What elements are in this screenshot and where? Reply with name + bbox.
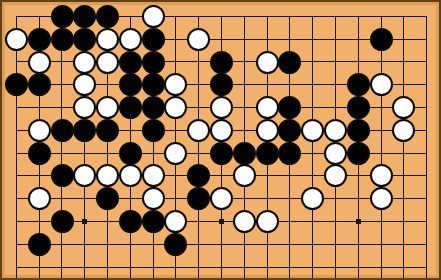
grid-line-vertical: [335, 187, 336, 210]
board-cell: [165, 165, 188, 188]
board-cell: [73, 28, 96, 51]
grid-line-vertical: [16, 142, 17, 165]
board-cell: [279, 210, 302, 233]
white-stone: [73, 164, 96, 187]
black-stone: [51, 119, 74, 142]
board-cell: [96, 233, 119, 256]
grid-line-vertical: [84, 256, 85, 280]
board-cell: [256, 28, 279, 51]
grid-line-vertical: [107, 210, 108, 233]
grid-line-vertical: [403, 210, 404, 233]
grid-line-vertical: [426, 256, 427, 280]
white-stone: [96, 164, 119, 187]
board-cell: [256, 187, 279, 210]
grid-line-vertical: [381, 96, 382, 119]
go-board-grid: [5, 5, 438, 279]
board-cell: [415, 5, 438, 28]
black-stone: [51, 28, 74, 51]
board-cell: [233, 210, 256, 233]
grid-line-vertical: [130, 119, 131, 142]
board-cell: [233, 5, 256, 28]
board-cell: [5, 210, 28, 233]
board-cell: [393, 210, 416, 233]
board-cell: [96, 210, 119, 233]
board-cell: [187, 210, 210, 233]
board-cell: [73, 5, 96, 28]
grid-line-vertical: [198, 51, 199, 74]
board-cell: [187, 142, 210, 165]
board-cell: [324, 165, 347, 188]
black-stone: [28, 233, 51, 256]
white-stone: [28, 119, 51, 142]
grid-line-vertical: [289, 165, 290, 188]
board-cell: [301, 187, 324, 210]
board-cell: [415, 119, 438, 142]
board-cell: [233, 28, 256, 51]
board-cell: [165, 51, 188, 74]
board-cell: [119, 73, 142, 96]
board-cell: [165, 256, 188, 279]
black-stone: [347, 96, 370, 119]
board-cell: [28, 73, 51, 96]
black-stone: [51, 164, 74, 187]
board-cell: [96, 187, 119, 210]
board-cell: [119, 256, 142, 279]
board-cell: [393, 142, 416, 165]
grid-line-vertical: [335, 233, 336, 256]
board-cell: [51, 142, 74, 165]
board-cell: [279, 96, 302, 119]
board-cell: [210, 256, 233, 279]
black-stone: [119, 210, 142, 233]
black-stone: [119, 51, 142, 74]
grid-line-vertical: [358, 256, 359, 280]
board-cell: [347, 73, 370, 96]
board-cell: [393, 187, 416, 210]
board-cell: [96, 73, 119, 96]
board-cell: [142, 187, 165, 210]
grid-line-vertical: [358, 28, 359, 51]
grid-line-vertical: [426, 51, 427, 74]
board-cell: [73, 73, 96, 96]
board-cell: [370, 142, 393, 165]
board-cell: [96, 119, 119, 142]
board-cell: [210, 96, 233, 119]
grid-line-vertical: [107, 256, 108, 280]
grid-line-vertical: [289, 256, 290, 280]
white-stone: [142, 5, 165, 28]
grid-line-vertical: [403, 28, 404, 51]
board-cell: [279, 256, 302, 279]
grid-line-vertical: [175, 119, 176, 142]
board-cell: [5, 119, 28, 142]
grid-line-vertical: [39, 256, 40, 280]
board-cell: [51, 233, 74, 256]
board-cell: [210, 28, 233, 51]
board-cell: [370, 96, 393, 119]
board-cell: [279, 187, 302, 210]
board-cell: [370, 73, 393, 96]
board-cell: [279, 51, 302, 74]
black-stone: [278, 51, 301, 74]
board-cell: [210, 5, 233, 28]
board-cell: [233, 73, 256, 96]
board-cell: [210, 51, 233, 74]
board-cell: [370, 5, 393, 28]
grid-line-vertical: [107, 73, 108, 96]
board-cell: [370, 210, 393, 233]
board-cell: [187, 165, 210, 188]
board-cell: [73, 256, 96, 279]
board-cell: [415, 187, 438, 210]
white-stone: [370, 164, 393, 187]
grid-line-vertical: [16, 210, 17, 233]
grid-line-vertical: [381, 16, 382, 28]
grid-line-vertical: [16, 233, 17, 256]
grid-line-vertical: [221, 233, 222, 256]
board-cell: [142, 28, 165, 51]
black-stone: [73, 28, 96, 51]
white-stone: [324, 142, 347, 165]
grid-line-vertical: [16, 119, 17, 142]
board-cell: [210, 142, 233, 165]
board-cell: [142, 73, 165, 96]
grid-line-vertical: [358, 233, 359, 256]
star-point: [219, 219, 224, 224]
board-cell: [142, 165, 165, 188]
board-cell: [233, 233, 256, 256]
board-cell: [119, 187, 142, 210]
grid-line-vertical: [175, 51, 176, 74]
board-cell: [5, 233, 28, 256]
white-stone: [119, 164, 142, 187]
board-cell: [347, 5, 370, 28]
grid-line-horizontal: [16, 130, 28, 131]
board-cell: [28, 233, 51, 256]
grid-line-vertical: [267, 187, 268, 210]
black-stone: [370, 28, 393, 51]
board-cell: [324, 28, 347, 51]
board-cell: [73, 233, 96, 256]
board-cell: [210, 73, 233, 96]
grid-line-horizontal: [16, 267, 28, 268]
board-cell: [142, 119, 165, 142]
board-cell: [301, 96, 324, 119]
board-cell: [5, 165, 28, 188]
board-cell: [301, 119, 324, 142]
grid-line-vertical: [335, 73, 336, 96]
grid-line-vertical: [426, 210, 427, 233]
board-cell: [347, 210, 370, 233]
board-cell: [233, 256, 256, 279]
grid-line-vertical: [61, 51, 62, 74]
board-cell: [370, 233, 393, 256]
board-cell: [187, 233, 210, 256]
grid-line-horizontal: [16, 61, 28, 62]
board-cell: [187, 28, 210, 51]
black-stone: [278, 142, 301, 165]
grid-line-vertical: [61, 142, 62, 165]
grid-line-vertical: [289, 210, 290, 233]
grid-line-vertical: [16, 256, 17, 280]
grid-line-vertical: [312, 165, 313, 188]
grid-line-vertical: [198, 73, 199, 96]
board-cell: [256, 96, 279, 119]
black-stone: [278, 96, 301, 119]
black-stone: [142, 73, 165, 96]
grid-line-vertical: [175, 187, 176, 210]
board-cell: [165, 142, 188, 165]
black-stone: [142, 119, 165, 142]
board-cell: [28, 187, 51, 210]
board-cell: [279, 28, 302, 51]
board-cell: [5, 187, 28, 210]
grid-line-vertical: [244, 51, 245, 74]
grid-line-vertical: [403, 187, 404, 210]
grid-line-vertical: [130, 233, 131, 256]
board-cell: [233, 165, 256, 188]
grid-line-vertical: [244, 73, 245, 96]
board-cell: [279, 142, 302, 165]
board-cell: [370, 256, 393, 279]
board-cell: [165, 187, 188, 210]
board-cell: [415, 96, 438, 119]
grid-line-vertical: [312, 256, 313, 280]
black-stone: [142, 51, 165, 74]
board-cell: [347, 28, 370, 51]
board-cell: [187, 96, 210, 119]
board-cell: [324, 210, 347, 233]
black-stone: [347, 73, 370, 96]
black-stone: [210, 51, 233, 74]
board-cell: [256, 119, 279, 142]
grid-line-vertical: [175, 28, 176, 51]
board-cell: [324, 119, 347, 142]
grid-line-vertical: [403, 73, 404, 96]
board-cell: [5, 96, 28, 119]
black-stone: [256, 142, 279, 165]
board-cell: [28, 119, 51, 142]
board-cell: [347, 119, 370, 142]
board-cell: [301, 233, 324, 256]
board-cell: [210, 233, 233, 256]
white-stone: [73, 73, 96, 96]
board-cell: [393, 28, 416, 51]
grid-line-vertical: [289, 233, 290, 256]
board-cell: [73, 165, 96, 188]
board-cell: [279, 119, 302, 142]
grid-line-horizontal: [16, 153, 28, 154]
board-cell: [187, 51, 210, 74]
black-stone: [73, 119, 96, 142]
grid-line-vertical: [175, 165, 176, 188]
grid-line-vertical: [61, 233, 62, 256]
white-stone: [392, 119, 415, 142]
white-stone: [370, 73, 393, 96]
board-cell: [393, 256, 416, 279]
board-cell: [51, 5, 74, 28]
board-cell: [415, 73, 438, 96]
grid-line-vertical: [335, 28, 336, 51]
grid-line-vertical: [107, 233, 108, 256]
board-cell: [142, 142, 165, 165]
white-stone: [73, 96, 96, 119]
board-cell: [279, 233, 302, 256]
board-cell: [28, 210, 51, 233]
board-cell: [393, 233, 416, 256]
board-cell: [187, 187, 210, 210]
board-cell: [415, 165, 438, 188]
board-cell: [96, 28, 119, 51]
board-cell: [142, 5, 165, 28]
board-cell: [28, 165, 51, 188]
white-stone: [164, 210, 187, 233]
board-cell: [370, 165, 393, 188]
board-cell: [165, 96, 188, 119]
board-cell: [165, 73, 188, 96]
grid-line-vertical: [16, 16, 17, 28]
board-cell: [301, 165, 324, 188]
board-cell: [393, 119, 416, 142]
grid-line-vertical: [61, 73, 62, 96]
board-cell: [28, 5, 51, 28]
star-point: [356, 219, 361, 224]
board-cell: [51, 51, 74, 74]
white-stone: [324, 164, 347, 187]
grid-line-vertical: [403, 165, 404, 188]
board-cell: [5, 28, 28, 51]
grid-line-vertical: [312, 51, 313, 74]
go-board-diagram: [0, 0, 441, 280]
board-cell: [142, 96, 165, 119]
board-cell: [324, 256, 347, 279]
board-cell: [28, 28, 51, 51]
board-cell: [119, 142, 142, 165]
board-cell: [119, 165, 142, 188]
grid-line-vertical: [312, 210, 313, 233]
board-cell: [301, 73, 324, 96]
board-cell: [256, 5, 279, 28]
board-cell: [28, 96, 51, 119]
black-stone: [233, 142, 256, 165]
grid-line-vertical: [426, 73, 427, 96]
grid-line-vertical: [403, 16, 404, 28]
grid-line-vertical: [358, 165, 359, 188]
board-cell: [256, 142, 279, 165]
grid-line-vertical: [289, 16, 290, 28]
white-stone: [5, 28, 28, 51]
black-stone: [5, 73, 28, 96]
board-cell: [347, 187, 370, 210]
board-cell: [73, 51, 96, 74]
grid-line-vertical: [426, 233, 427, 256]
grid-line-vertical: [221, 16, 222, 28]
board-cell: [51, 28, 74, 51]
grid-line-vertical: [84, 142, 85, 165]
grid-line-vertical: [153, 142, 154, 165]
grid-line-vertical: [426, 119, 427, 142]
board-cell: [210, 210, 233, 233]
grid-line-vertical: [267, 165, 268, 188]
grid-line-vertical: [426, 96, 427, 119]
board-cell: [96, 51, 119, 74]
grid-line-vertical: [335, 51, 336, 74]
white-stone: [164, 142, 187, 165]
white-stone: [73, 51, 96, 74]
white-stone: [392, 96, 415, 119]
white-stone: [96, 51, 119, 74]
grid-line-vertical: [244, 256, 245, 280]
star-point: [82, 219, 87, 224]
board-cell: [324, 233, 347, 256]
grid-line-vertical: [175, 16, 176, 28]
board-cell: [370, 187, 393, 210]
grid-line-vertical: [426, 187, 427, 210]
black-stone: [142, 28, 165, 51]
board-cell: [415, 233, 438, 256]
board-cell: [5, 73, 28, 96]
board-cell: [279, 165, 302, 188]
board-cell: [301, 28, 324, 51]
board-cell: [142, 210, 165, 233]
black-stone: [142, 96, 165, 119]
grid-line-vertical: [358, 187, 359, 210]
black-stone: [278, 119, 301, 142]
board-cell: [5, 5, 28, 28]
board-cell: [347, 256, 370, 279]
grid-line-vertical: [381, 210, 382, 233]
black-stone: [119, 142, 142, 165]
white-stone: [187, 28, 210, 51]
board-cell: [165, 28, 188, 51]
board-cell: [324, 51, 347, 74]
grid-line-vertical: [130, 16, 131, 28]
board-cell: [279, 73, 302, 96]
board-cell: [5, 51, 28, 74]
grid-line-horizontal: [16, 16, 28, 17]
board-cell: [347, 142, 370, 165]
grid-line-vertical: [61, 256, 62, 280]
white-stone: [28, 51, 51, 74]
grid-line-vertical: [267, 28, 268, 51]
board-cell: [119, 5, 142, 28]
black-stone: [347, 142, 370, 165]
black-stone: [347, 119, 370, 142]
board-cell: [119, 233, 142, 256]
board-cell: [393, 5, 416, 28]
white-stone: [142, 187, 165, 210]
grid-line-vertical: [39, 210, 40, 233]
grid-line-vertical: [403, 256, 404, 280]
board-cell: [165, 233, 188, 256]
black-stone: [96, 187, 119, 210]
white-stone: [164, 96, 187, 119]
grid-line-vertical: [335, 256, 336, 280]
board-cell: [256, 73, 279, 96]
black-stone: [28, 28, 51, 51]
grid-line-vertical: [84, 187, 85, 210]
white-stone: [96, 28, 119, 51]
board-cell: [256, 256, 279, 279]
board-cell: [393, 96, 416, 119]
board-cell: [51, 187, 74, 210]
white-stone: [119, 28, 142, 51]
grid-line-vertical: [198, 256, 199, 280]
grid-line-vertical: [312, 16, 313, 28]
board-cell: [142, 233, 165, 256]
black-stone: [119, 73, 142, 96]
black-stone: [210, 73, 233, 96]
